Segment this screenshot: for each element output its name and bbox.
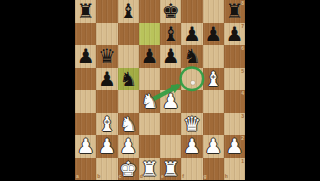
square-a3[interactable]: [75, 113, 96, 136]
square-b5[interactable]: ♟: [96, 68, 117, 91]
square-b3[interactable]: ♝: [96, 113, 117, 136]
square-f3[interactable]: ♛: [181, 113, 202, 136]
square-b7[interactable]: [96, 23, 117, 46]
coord-rank-4: 4: [241, 91, 244, 96]
square-a7[interactable]: [75, 23, 96, 46]
square-d5[interactable]: [139, 68, 160, 91]
square-h6[interactable]: 6: [224, 45, 245, 68]
piece-white-queen[interactable]: ♛: [181, 113, 202, 136]
square-g2[interactable]: ♟: [203, 135, 224, 158]
square-e2[interactable]: [160, 135, 181, 158]
square-f6[interactable]: ♞: [181, 45, 202, 68]
square-h5[interactable]: 5: [224, 68, 245, 91]
piece-white-pawn[interactable]: ♟: [75, 135, 96, 158]
square-b8[interactable]: [96, 0, 117, 23]
piece-black-pawn[interactable]: ♟: [139, 45, 160, 68]
square-a1[interactable]: a: [75, 158, 96, 181]
square-f8[interactable]: [181, 0, 202, 23]
piece-black-pawn[interactable]: ♟: [181, 23, 202, 46]
coord-file-f: f: [182, 174, 184, 179]
piece-white-pawn[interactable]: ♟: [96, 135, 117, 158]
piece-black-pawn[interactable]: ♟: [96, 68, 117, 91]
square-g1[interactable]: g: [203, 158, 224, 181]
piece-black-pawn[interactable]: ♟: [160, 45, 181, 68]
square-h7[interactable]: 7♟: [224, 23, 245, 46]
piece-white-pawn[interactable]: ♟: [203, 135, 224, 158]
square-f4[interactable]: [181, 90, 202, 113]
piece-white-rook[interactable]: ♜: [160, 158, 181, 181]
chess-board: ♜♝♚8♜♝♟♟7♟♟♛♟♟♞6♟♞♝5♞♟4♝♞♛3♟♟♟♟♟2♟abc♚d♜…: [75, 0, 245, 180]
square-f1[interactable]: f: [181, 158, 202, 181]
square-h1[interactable]: 1h: [224, 158, 245, 181]
square-c5[interactable]: ♞: [118, 68, 139, 91]
piece-white-king[interactable]: ♚: [118, 158, 139, 181]
piece-black-rook[interactable]: ♜: [224, 0, 245, 23]
square-c3[interactable]: ♞: [118, 113, 139, 136]
piece-white-pawn[interactable]: ♟: [118, 135, 139, 158]
square-f2[interactable]: ♟: [181, 135, 202, 158]
square-c7[interactable]: [118, 23, 139, 46]
piece-black-rook[interactable]: ♜: [75, 0, 96, 23]
square-g8[interactable]: [203, 0, 224, 23]
square-h3[interactable]: 3: [224, 113, 245, 136]
square-d1[interactable]: d♜: [139, 158, 160, 181]
square-e6[interactable]: ♟: [160, 45, 181, 68]
piece-white-pawn[interactable]: ♟: [181, 135, 202, 158]
square-c6[interactable]: [118, 45, 139, 68]
square-f7[interactable]: ♟: [181, 23, 202, 46]
coord-file-h: h: [225, 174, 228, 179]
square-e7[interactable]: ♝: [160, 23, 181, 46]
piece-black-knight[interactable]: ♞: [118, 68, 139, 91]
square-e4[interactable]: ♟: [160, 90, 181, 113]
square-g3[interactable]: [203, 113, 224, 136]
piece-black-queen[interactable]: ♛: [96, 45, 117, 68]
square-d6[interactable]: ♟: [139, 45, 160, 68]
square-c8[interactable]: ♝: [118, 0, 139, 23]
piece-black-bishop[interactable]: ♝: [118, 0, 139, 23]
square-g6[interactable]: [203, 45, 224, 68]
piece-black-knight[interactable]: ♞: [181, 45, 202, 68]
piece-black-pawn[interactable]: ♟: [224, 23, 245, 46]
square-c4[interactable]: [118, 90, 139, 113]
piece-white-pawn[interactable]: ♟: [160, 90, 181, 113]
square-g7[interactable]: ♟: [203, 23, 224, 46]
square-e8[interactable]: ♚: [160, 0, 181, 23]
letterbox-background: ♜♝♚8♜♝♟♟7♟♟♛♟♟♞6♟♞♝5♞♟4♝♞♛3♟♟♟♟♟2♟abc♚d♜…: [0, 0, 320, 180]
square-a6[interactable]: ♟: [75, 45, 96, 68]
square-g4[interactable]: [203, 90, 224, 113]
coord-rank-1: 1: [241, 159, 244, 164]
square-a4[interactable]: [75, 90, 96, 113]
square-g5[interactable]: ♝: [203, 68, 224, 91]
piece-white-knight[interactable]: ♞: [139, 90, 160, 113]
square-d8[interactable]: [139, 0, 160, 23]
piece-white-pawn[interactable]: ♟: [224, 135, 245, 158]
coord-file-a: a: [76, 174, 79, 179]
piece-white-bishop[interactable]: ♝: [203, 68, 224, 91]
square-d3[interactable]: [139, 113, 160, 136]
square-f5[interactable]: [181, 68, 202, 91]
square-h2[interactable]: 2♟: [224, 135, 245, 158]
square-a5[interactable]: [75, 68, 96, 91]
coord-file-b: b: [97, 174, 100, 179]
piece-white-rook[interactable]: ♜: [139, 158, 160, 181]
square-e5[interactable]: [160, 68, 181, 91]
square-b4[interactable]: [96, 90, 117, 113]
piece-black-pawn[interactable]: ♟: [203, 23, 224, 46]
square-h8[interactable]: 8♜: [224, 0, 245, 23]
square-b1[interactable]: b: [96, 158, 117, 181]
coord-rank-5: 5: [241, 69, 244, 74]
square-e3[interactable]: [160, 113, 181, 136]
coord-file-g: g: [204, 174, 207, 179]
piece-black-pawn[interactable]: ♟: [75, 45, 96, 68]
square-a8[interactable]: ♜: [75, 0, 96, 23]
square-h4[interactable]: 4: [224, 90, 245, 113]
coord-rank-6: 6: [241, 46, 244, 51]
piece-black-king[interactable]: ♚: [160, 0, 181, 23]
square-b6[interactable]: ♛: [96, 45, 117, 68]
piece-white-bishop[interactable]: ♝: [96, 113, 117, 136]
square-d2[interactable]: [139, 135, 160, 158]
square-c2[interactable]: ♟: [118, 135, 139, 158]
piece-black-bishop[interactable]: ♝: [160, 23, 181, 46]
square-b2[interactable]: ♟: [96, 135, 117, 158]
coord-rank-3: 3: [241, 114, 244, 119]
piece-white-knight[interactable]: ♞: [118, 113, 139, 136]
square-c1[interactable]: c♚: [118, 158, 139, 181]
square-d7[interactable]: [139, 23, 160, 46]
square-e1[interactable]: e♜: [160, 158, 181, 181]
square-d4[interactable]: ♞: [139, 90, 160, 113]
square-a2[interactable]: ♟: [75, 135, 96, 158]
